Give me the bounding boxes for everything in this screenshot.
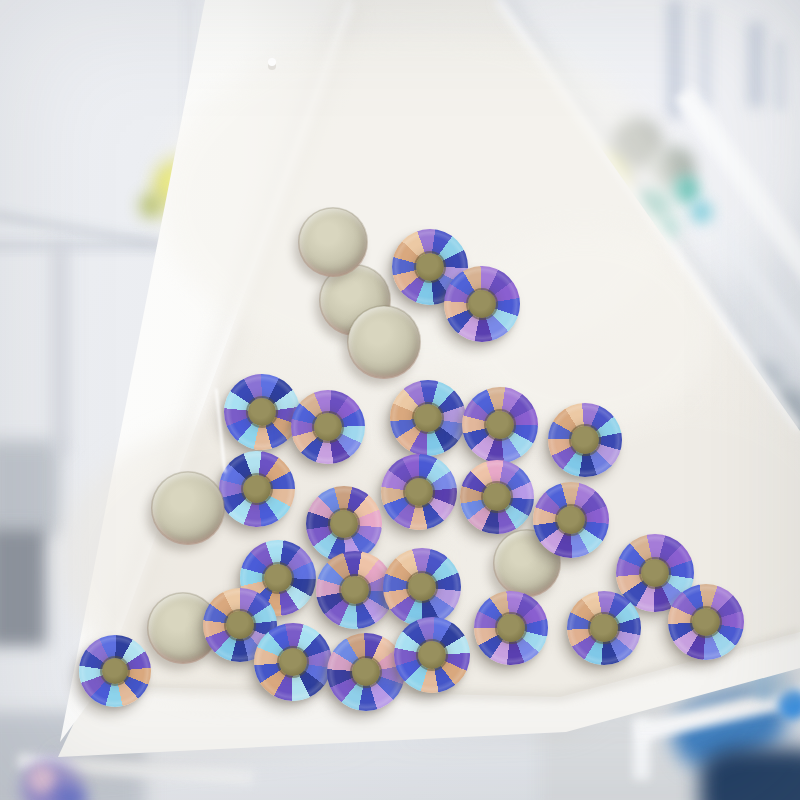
rhinestone-crystal-face-up	[460, 460, 534, 534]
rhinestone-crystal-face-up	[327, 633, 405, 711]
rhinestone-crystal-face-up	[291, 390, 365, 464]
rhinestone-crystal-face-up	[390, 380, 466, 456]
rhinestone-crystal-face-up	[219, 451, 295, 527]
rhinestone-crystal-face-up	[383, 548, 461, 626]
rhinestone-flatback-reverse	[348, 306, 420, 378]
stones-layer	[0, 0, 800, 800]
rhinestone-crystal-face-up	[567, 591, 641, 665]
rhinestone-crystal-face-up	[548, 403, 622, 477]
rhinestone-crystal-face-up	[306, 486, 382, 562]
photo-scene	[0, 0, 800, 800]
rhinestone-crystal-face-up	[474, 591, 548, 665]
rhinestone-flatback-reverse	[152, 472, 224, 544]
rhinestone-crystal-face-up	[668, 584, 744, 660]
rhinestone-crystal-face-up	[381, 454, 457, 530]
rhinestone-crystal-face-up	[224, 374, 300, 450]
rhinestone-crystal-face-up	[533, 482, 609, 558]
rhinestone-flatback-reverse	[299, 208, 367, 276]
rhinestone-crystal-face-up	[254, 623, 332, 701]
rhinestone-crystal-face-up	[444, 266, 520, 342]
rhinestone-crystal-face-up	[394, 617, 470, 693]
rhinestone-crystal-face-up	[462, 387, 538, 463]
rhinestone-crystal-face-up	[79, 635, 151, 707]
